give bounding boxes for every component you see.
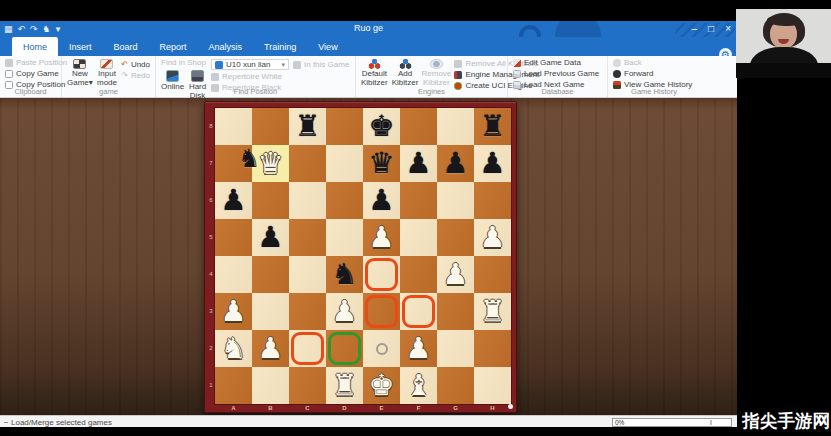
black-pawn: ♟ (474, 145, 511, 182)
black-pawn: ♟ (252, 219, 289, 256)
black-queen: ♛ (363, 145, 400, 182)
square-a6[interactable]: ♟ (215, 182, 252, 219)
minimize-button[interactable]: – (692, 22, 698, 36)
rank-label-6: 6 (207, 197, 215, 203)
webcam-overlay (736, 9, 831, 78)
progress-label: 0% (615, 419, 624, 426)
default-kibitzer-icon (368, 59, 381, 69)
square-e4[interactable] (363, 256, 400, 293)
square-c5[interactable] (289, 219, 326, 256)
square-f3[interactable] (400, 293, 437, 330)
square-b2[interactable]: ♟ (252, 330, 289, 367)
new-game-board-icon (73, 59, 86, 69)
rank-label-7: 7 (207, 160, 215, 166)
square-f8[interactable] (400, 108, 437, 145)
file-label-A: A (215, 405, 252, 411)
black-king: ♚ (363, 108, 400, 145)
white-knight: ♞ (215, 330, 252, 367)
undo-button[interactable]: ↶Undo (121, 60, 150, 69)
white-pawn: ♟ (363, 219, 400, 256)
square-f2[interactable]: ♟ (400, 330, 437, 367)
square-b8[interactable] (252, 108, 289, 145)
square-h3[interactable]: ♜ (474, 293, 511, 330)
square-e1[interactable]: ♚ (363, 367, 400, 404)
forward-icon (613, 70, 621, 78)
square-h6[interactable] (474, 182, 511, 219)
combo-dropdown-icon: ▾ (281, 61, 285, 69)
square-e6[interactable]: ♟ (363, 182, 400, 219)
repertoire-white-icon (211, 73, 219, 81)
back-button[interactable]: Back (613, 58, 692, 67)
white-bishop: ♝ (400, 367, 437, 404)
square-g3[interactable] (437, 293, 474, 330)
tab-view[interactable]: View (307, 37, 348, 56)
forward-button[interactable]: Forward (613, 69, 692, 78)
white-pawn: ♟ (400, 330, 437, 367)
paste-position-button[interactable]: Paste Position (5, 58, 67, 67)
file-label-C: C (289, 405, 326, 411)
white-rook: ♜ (474, 293, 511, 330)
section-database: Edit Game Data Load Previous Game Load N… (508, 56, 608, 97)
square-f5[interactable] (400, 219, 437, 256)
square-d5[interactable] (326, 219, 363, 256)
dragged-knight-piece[interactable]: ♞ (238, 146, 260, 171)
section-game: New Game▾ Input mode ↶Undo ↷Redo game (62, 56, 156, 97)
redo-button[interactable]: ↷Redo (121, 71, 150, 80)
file-label-H: H (474, 405, 511, 411)
remove-kibitzer-button[interactable]: Remove Kibitzer (422, 58, 450, 87)
square-b5[interactable]: ♟ (252, 219, 289, 256)
in-this-game-button[interactable]: In this Game (293, 60, 349, 69)
ribbon: Paste Position Copy Game Copy Position C… (0, 56, 737, 98)
square-h4[interactable] (474, 256, 511, 293)
green-highlight (328, 332, 361, 365)
square-c2[interactable] (289, 330, 326, 367)
find-in-shop-button[interactable]: Find in Shop (161, 58, 207, 67)
section-label: Database (508, 87, 607, 96)
copy-game-icon (5, 70, 13, 78)
undo-arrow-icon: ↶ (121, 60, 128, 69)
search-filter-combobox[interactable]: U10 xun lian ▾ (211, 59, 289, 70)
section-label: Clipboard (0, 87, 61, 96)
square-e3[interactable] (363, 293, 400, 330)
black-pawn: ♟ (400, 145, 437, 182)
square-f1[interactable]: ♝ (400, 367, 437, 404)
title-bar: ▦ ↶ ↷ ♞ ▾ Ruo ge – □ × (0, 21, 737, 37)
square-a2[interactable]: ♞ (215, 330, 252, 367)
progress-tick (710, 420, 712, 425)
square-f6[interactable] (400, 182, 437, 219)
close-button[interactable]: × (725, 22, 731, 36)
tab-analysis[interactable]: Analysis (198, 37, 254, 56)
square-d7[interactable] (326, 145, 363, 182)
white-rook: ♜ (326, 367, 363, 404)
square-f4[interactable] (400, 256, 437, 293)
pen-icon (100, 59, 113, 69)
rank-labels: 87654321 (207, 108, 215, 404)
rank-label-3: 3 (207, 308, 215, 314)
paste-icon (5, 59, 13, 67)
edit-game-data-button[interactable]: Edit Game Data (513, 58, 599, 67)
square-g8[interactable] (437, 108, 474, 145)
square-g5[interactable] (437, 219, 474, 256)
tab-board[interactable]: Board (103, 37, 149, 56)
file-label-G: G (437, 405, 474, 411)
load-previous-game-button[interactable]: Load Previous Game (513, 69, 599, 78)
default-kibitzer-button[interactable]: Default Kibitzer (361, 58, 388, 87)
square-d6[interactable] (326, 182, 363, 219)
side-to-move-indicator (508, 404, 513, 409)
square-a4[interactable] (215, 256, 252, 293)
section-label: Find Position (156, 87, 355, 96)
progress-bar: 0% (612, 418, 732, 427)
file-label-B: B (252, 405, 289, 411)
remove-all-kibitzers-icon (454, 60, 462, 68)
square-d2[interactable] (326, 330, 363, 367)
add-kibitzer-icon (399, 59, 412, 69)
file-labels: ABCDEFGH (215, 405, 511, 414)
square-h5[interactable]: ♟ (474, 219, 511, 256)
black-rook: ♜ (474, 108, 511, 145)
square-h2[interactable] (474, 330, 511, 367)
square-h8[interactable]: ♜ (474, 108, 511, 145)
redo-arrow-icon: ↷ (121, 71, 128, 80)
square-a3[interactable]: ♟ (215, 293, 252, 330)
presenter-body (750, 47, 818, 78)
ribbon-tab-bar: Home Insert Board Report Analysis Traini… (0, 37, 737, 56)
red-highlight (402, 295, 435, 328)
restore-button[interactable]: □ (708, 22, 714, 36)
site-watermark: 指尖手游网 (743, 409, 831, 433)
repertoire-white-button[interactable]: Repertoire White (211, 72, 349, 81)
copy-game-button[interactable]: Copy Game (5, 69, 67, 78)
square-d1[interactable]: ♜ (326, 367, 363, 404)
white-pawn: ♟ (437, 256, 474, 293)
presenter-bangs (767, 15, 800, 26)
white-pawn: ♟ (252, 330, 289, 367)
tab-home[interactable]: Home (12, 37, 58, 56)
square-b4[interactable] (252, 256, 289, 293)
online-search-icon (166, 70, 179, 82)
square-g2[interactable] (437, 330, 474, 367)
square-d4[interactable]: ♞ (326, 256, 363, 293)
black-pawn: ♟ (437, 145, 474, 182)
square-c6[interactable] (289, 182, 326, 219)
remove-kibitzer-icon (430, 59, 443, 69)
black-knight: ♞ (326, 256, 363, 293)
rank-label-8: 8 (207, 123, 215, 129)
filter-book-icon (215, 61, 223, 69)
rank-label-4: 4 (207, 271, 215, 277)
status-bar: Load/Merge selected games 0% (0, 415, 737, 427)
square-g6[interactable] (437, 182, 474, 219)
square-c8[interactable]: ♜ (289, 108, 326, 145)
black-rook: ♜ (289, 108, 326, 145)
screen: ▦ ↶ ↷ ♞ ▾ Ruo ge – □ × Home Insert Board… (0, 0, 831, 436)
square-f7[interactable]: ♟ (400, 145, 437, 182)
chess-board: 87654321 ♜♚♜♛♛♟♟♟♟♟♟♟♟♞♟♟♟♜♞♟♟♜♚♝ ABCDEF… (204, 101, 517, 413)
white-king: ♚ (363, 367, 400, 404)
window-title: Ruo ge (0, 23, 737, 33)
tab-report[interactable]: Report (149, 37, 198, 56)
file-label-D: D (326, 405, 363, 411)
status-dash-icon (4, 422, 8, 423)
section-label: Engines (356, 87, 507, 96)
add-kibitzer-button[interactable]: Add Kibitzer (392, 58, 419, 87)
load-previous-icon (513, 70, 521, 78)
white-pawn: ♟ (326, 293, 363, 330)
gear-icon[interactable]: ⚙ (719, 48, 732, 56)
section-label: game (62, 87, 155, 96)
square-h1[interactable] (474, 367, 511, 404)
move-target-ring (376, 343, 388, 355)
square-c1[interactable] (289, 367, 326, 404)
tab-training[interactable]: Training (253, 37, 307, 56)
back-icon (613, 59, 621, 67)
square-b1[interactable] (252, 367, 289, 404)
square-c4[interactable] (289, 256, 326, 293)
square-c3[interactable] (289, 293, 326, 330)
window-controls: – □ × (692, 22, 731, 36)
new-game-button[interactable]: New Game▾ (67, 58, 93, 87)
square-a1[interactable] (215, 367, 252, 404)
square-b3[interactable] (252, 293, 289, 330)
square-e8[interactable]: ♚ (363, 108, 400, 145)
white-pawn: ♟ (215, 293, 252, 330)
square-g7[interactable]: ♟ (437, 145, 474, 182)
red-highlight (365, 295, 398, 328)
file-label-F: F (400, 405, 437, 411)
section-clipboard: Paste Position Copy Game Copy Position C… (0, 56, 62, 97)
square-d8[interactable] (326, 108, 363, 145)
red-highlight (365, 258, 398, 291)
file-label-E: E (363, 405, 400, 411)
rank-label-5: 5 (207, 234, 215, 240)
section-engines: Default Kibitzer Add Kibitzer Remove Kib… (356, 56, 508, 97)
square-e7[interactable]: ♛ (363, 145, 400, 182)
square-e2[interactable] (363, 330, 400, 367)
square-g1[interactable] (437, 367, 474, 404)
engine-management-icon (454, 71, 462, 79)
square-d3[interactable]: ♟ (326, 293, 363, 330)
square-a5[interactable] (215, 219, 252, 256)
square-g4[interactable]: ♟ (437, 256, 474, 293)
square-c7[interactable] (289, 145, 326, 182)
square-b6[interactable] (252, 182, 289, 219)
section-find-position: Find in Shop Online Hard Disk (156, 56, 356, 97)
input-mode-button[interactable]: Input mode (97, 58, 117, 87)
square-a8[interactable] (215, 108, 252, 145)
tab-insert[interactable]: Insert (58, 37, 103, 56)
edit-game-data-icon (513, 59, 521, 67)
white-pawn: ♟ (474, 219, 511, 256)
section-label: Game History (608, 87, 700, 96)
in-this-game-icon (293, 61, 301, 69)
app-window: ▦ ↶ ↷ ♞ ▾ Ruo ge – □ × Home Insert Board… (0, 21, 737, 427)
square-h7[interactable]: ♟ (474, 145, 511, 182)
rank-label-2: 2 (207, 345, 215, 351)
hard-disk-icon (191, 70, 204, 82)
black-pawn: ♟ (215, 182, 252, 219)
section-game-history: Back Forward View Game History Game Hist… (608, 56, 700, 97)
square-e5[interactable]: ♟ (363, 219, 400, 256)
red-highlight (291, 332, 324, 365)
black-pawn: ♟ (363, 182, 400, 219)
rank-label-1: 1 (207, 382, 215, 388)
status-message: Load/Merge selected games (4, 418, 112, 427)
